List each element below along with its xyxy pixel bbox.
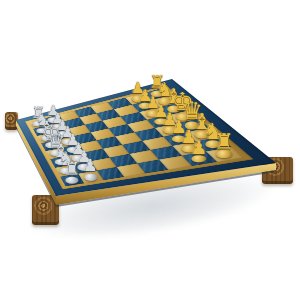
chess-set-photo: ♜♞♝♛♚♝♞♜♟♟♟♟♟♟♟♟♟♟♟♟♟♟♟♟♜♞♝♛♚♝♞♜ (0, 0, 300, 300)
piece-black-pawn-a7[interactable]: ♟ (186, 138, 212, 157)
piece-white-rook-a1[interactable]: ♜ (59, 160, 85, 178)
piece-black-rook-a8[interactable]: ♜ (211, 131, 237, 153)
pieces-layer: ♜♞♝♛♚♝♞♜♟♟♟♟♟♟♟♟♟♟♟♟♟♟♟♟♜♞♝♛♚♝♞♜ (0, 0, 300, 300)
